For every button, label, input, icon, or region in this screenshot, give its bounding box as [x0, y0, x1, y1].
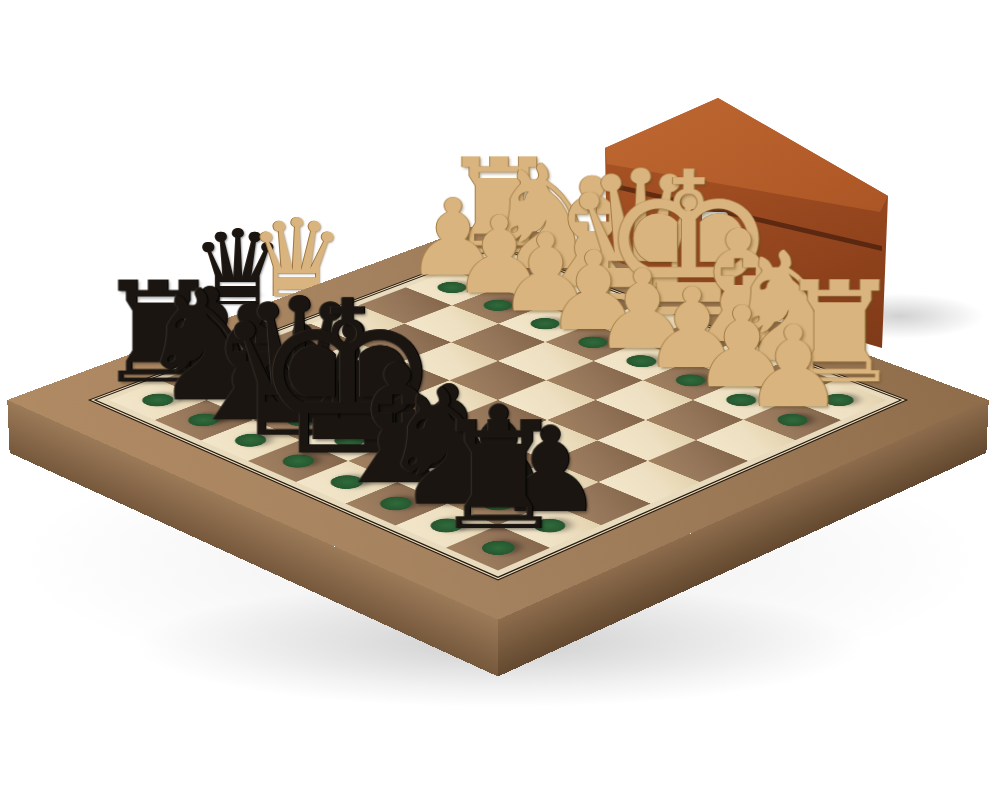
square-h8[interactable]: ♜ [446, 525, 550, 570]
piece-black-rook-h8[interactable]: ♜ [432, 402, 566, 552]
product-photo-scene: ♛ ♛ ♜♟♟♜♞♟♟♞♝♟♟♝♛♟♟♛♚♟♟♚♝♟♟♝♞♟♟♞♜♟♟♜ [0, 0, 1000, 800]
chess-board[interactable]: ♜♟♟♜♞♟♟♞♝♟♟♝♛♟♟♛♚♟♟♚♝♟♟♝♞♟♟♞♜♟♟♜ [7, 217, 988, 620]
board-frame: ♜♟♟♜♞♟♟♞♝♟♟♝♛♟♟♛♚♟♟♚♝♟♟♝♞♟♟♞♜♟♟♜ [7, 217, 988, 620]
piece-white-pawn-h2[interactable]: ♟ [743, 310, 844, 423]
